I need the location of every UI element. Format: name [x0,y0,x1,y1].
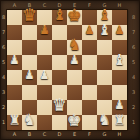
square-c6[interactable] [37,40,52,55]
square-f2[interactable] [82,100,97,115]
square-f3[interactable] [82,85,97,100]
square-f4[interactable] [82,70,97,85]
square-b7[interactable] [22,25,37,40]
file-label-top-H: H [112,3,127,8]
file-label-top-C: C [37,3,52,8]
file-label-bottom-D: D [52,132,67,137]
piece-white-knight-g1[interactable]: ♞ [97,115,112,130]
piece-white-king-e1[interactable]: ♚ [67,115,82,130]
rank-label-right-5: 5 [127,55,140,70]
piece-white-pawn-c4[interactable]: ♟ [37,70,52,85]
square-a8[interactable] [7,10,22,25]
rank-label-right-6: 6 [127,40,140,55]
square-c2[interactable] [37,100,52,115]
piece-white-bishop-g7[interactable]: ♝ [97,25,112,40]
file-label-bottom-F: F [82,132,97,137]
rank-label-left-3: 3 [0,85,7,100]
file-label-bottom-B: B [22,132,37,137]
rank-label-left-1: 1 [0,115,7,130]
rank-label-left-8: 8 [0,10,7,25]
square-e4[interactable] [67,70,82,85]
square-g6[interactable] [97,40,112,55]
rank-label-left-4: 4 [0,70,7,85]
square-a3[interactable] [7,85,22,100]
square-d4[interactable] [52,70,67,85]
square-g3[interactable] [97,85,112,100]
square-g5[interactable] [97,55,112,70]
rank-label-right-8: 8 [127,10,140,25]
square-f5[interactable] [82,55,97,70]
piece-white-pawn-a5[interactable]: ♟ [7,55,22,70]
square-e3[interactable] [67,85,82,100]
square-d1[interactable] [52,115,67,130]
piece-black-king-e8[interactable]: ♚ [67,10,82,25]
piece-white-bishop-h5[interactable]: ♝ [112,55,127,70]
square-c3[interactable] [37,85,52,100]
square-d7[interactable] [52,25,67,40]
rank-label-left-6: 6 [0,40,7,55]
square-a4[interactable] [7,70,22,85]
file-label-bottom-A: A [7,132,22,137]
file-label-top-F: F [82,3,97,8]
rank-label-right-1: 1 [127,115,140,130]
piece-black-pawn-c7[interactable]: ♟ [37,25,52,40]
file-label-bottom-E: E [67,132,82,137]
square-d5[interactable] [52,55,67,70]
piece-white-rook-h1[interactable]: ♜ [112,115,127,130]
square-f6[interactable] [82,40,97,55]
piece-black-queen-b8[interactable]: ♛ [22,10,37,25]
piece-black-bishop-d8[interactable]: ♝ [52,10,67,25]
piece-white-rook-a1[interactable]: ♜ [7,115,22,130]
file-label-bottom-G: G [97,132,112,137]
square-a7[interactable] [7,25,22,40]
rank-label-left-2: 2 [0,100,7,115]
square-b6[interactable] [22,40,37,55]
square-d6[interactable] [52,40,67,55]
piece-white-queen-d2[interactable]: ♛ [52,100,67,115]
rank-label-right-4: 4 [127,70,140,85]
file-label-bottom-C: C [37,132,52,137]
piece-black-pawn-f7[interactable]: ♟ [82,25,97,40]
piece-white-knight-b1[interactable]: ♞ [22,115,37,130]
square-g4[interactable] [97,70,112,85]
square-f1[interactable] [82,115,97,130]
square-b3[interactable] [22,85,37,100]
rank-label-right-7: 7 [127,25,140,40]
square-c1[interactable] [37,115,52,130]
file-label-top-A: A [7,3,22,8]
piece-black-pawn-h7[interactable]: ♟ [112,25,127,40]
rank-label-left-7: 7 [0,25,7,40]
square-h4[interactable] [112,70,127,85]
rank-label-right-3: 3 [127,85,140,100]
chess-app-screenshot: ♛♝♚♝♟♟♝♟♞♟♟♝♟♟♛♟♜♞♚♞♜ ABCDEFGHABCDEFGH87… [0,0,140,140]
rank-label-left-5: 5 [0,55,7,70]
piece-white-pawn-e5[interactable]: ♟ [67,55,82,70]
file-label-bottom-H: H [112,132,127,137]
piece-white-pawn-b4[interactable]: ♟ [22,70,37,85]
rank-label-right-2: 2 [127,100,140,115]
